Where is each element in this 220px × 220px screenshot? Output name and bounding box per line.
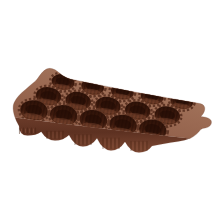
product-photo: silicone chocolate mold bbox=[0, 0, 220, 220]
chocolate-mold-illustration bbox=[0, 0, 220, 220]
